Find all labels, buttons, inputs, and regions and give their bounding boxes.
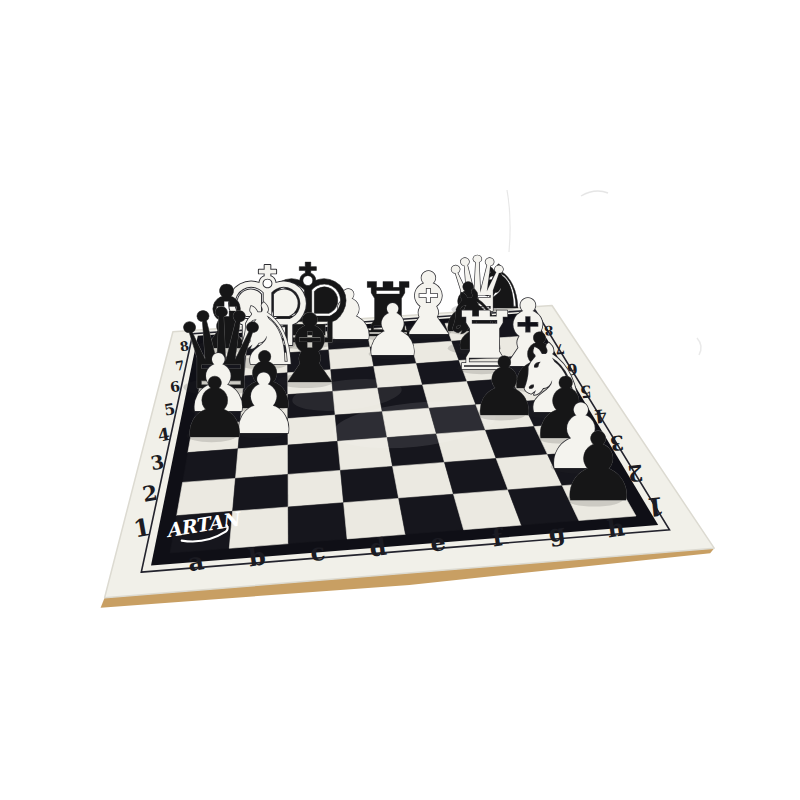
square-e2[interactable] <box>393 462 454 498</box>
chess-set-photo: ARTANabcdefgh1234567812345678♞♛♟♝♜♟♚♚♝♞♟… <box>0 0 800 800</box>
background-smudge <box>581 191 608 196</box>
rank-label-right-1: 1 <box>645 491 665 522</box>
square-d2[interactable] <box>341 466 399 502</box>
background-smudge <box>697 338 701 355</box>
piece-black-pawn-a4[interactable]: ♟ <box>178 360 253 457</box>
square-b2[interactable] <box>233 474 289 511</box>
square-c2[interactable] <box>288 470 344 507</box>
board-scene: ARTANabcdefgh1234567812345678♞♛♟♝♜♟♚♚♝♞♟… <box>0 0 800 800</box>
piece-white-pawn-e7[interactable]: ♟ <box>361 289 425 372</box>
piece-black-pawn-h1[interactable]: ♟ <box>556 412 641 522</box>
